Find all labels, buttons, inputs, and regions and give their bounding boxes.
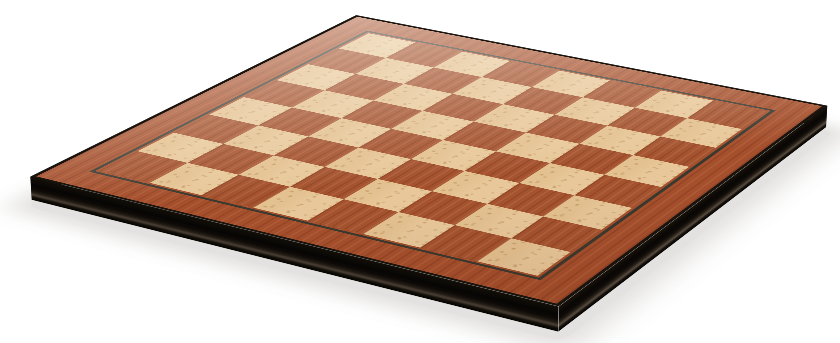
board-top-surface bbox=[30, 15, 827, 306]
photo-background bbox=[0, 0, 840, 343]
chess-board bbox=[30, 15, 827, 306]
